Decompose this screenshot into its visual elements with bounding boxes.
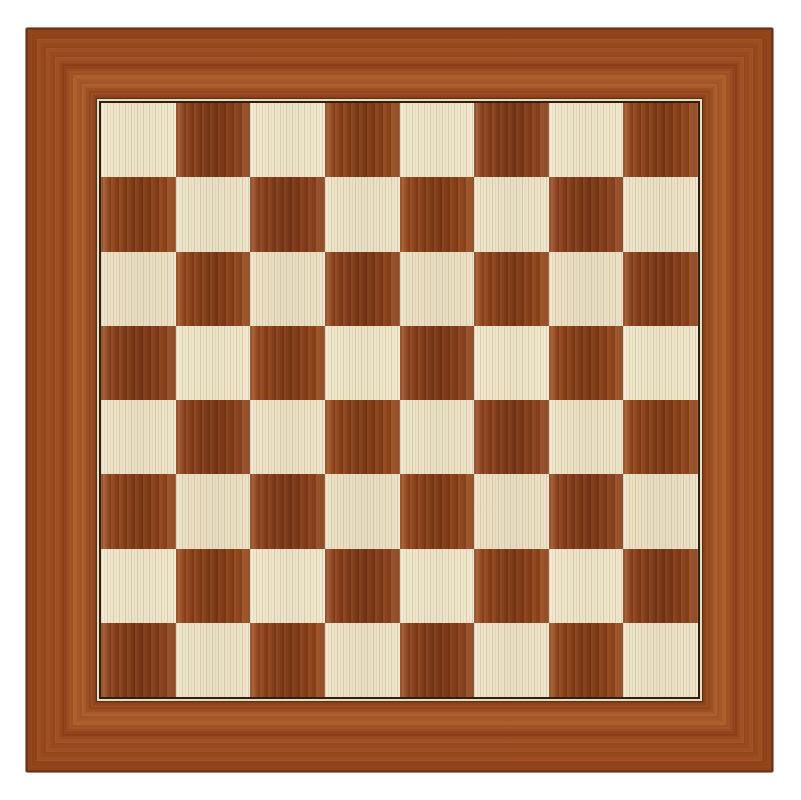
square-d1 [325, 623, 400, 697]
square-e2 [400, 549, 475, 623]
square-a2 [101, 549, 176, 623]
square-a8 [101, 103, 176, 177]
square-e8 [400, 103, 475, 177]
square-b5 [176, 326, 251, 400]
board-frame-left [26, 28, 99, 772]
square-a5 [101, 326, 176, 400]
square-f7 [474, 177, 549, 251]
square-f3 [474, 474, 549, 548]
square-g8 [549, 103, 624, 177]
square-c8 [250, 103, 325, 177]
square-h1 [623, 623, 698, 697]
square-c1 [250, 623, 325, 697]
square-e1 [400, 623, 475, 697]
square-h6 [623, 252, 698, 326]
square-f8 [474, 103, 549, 177]
square-h2 [623, 549, 698, 623]
square-h3 [623, 474, 698, 548]
chess-board [26, 28, 773, 772]
square-b8 [176, 103, 251, 177]
square-e5 [400, 326, 475, 400]
square-a7 [101, 177, 176, 251]
square-b1 [176, 623, 251, 697]
playing-field [99, 101, 700, 699]
square-f1 [474, 623, 549, 697]
square-c7 [250, 177, 325, 251]
board-frame-bottom [26, 699, 773, 772]
square-g4 [549, 400, 624, 474]
square-h7 [623, 177, 698, 251]
square-a6 [101, 252, 176, 326]
square-b6 [176, 252, 251, 326]
square-c6 [250, 252, 325, 326]
square-b2 [176, 549, 251, 623]
square-e3 [400, 474, 475, 548]
square-d5 [325, 326, 400, 400]
board-frame-right [700, 28, 773, 772]
square-g5 [549, 326, 624, 400]
square-d3 [325, 474, 400, 548]
square-h8 [623, 103, 698, 177]
square-e4 [400, 400, 475, 474]
square-e7 [400, 177, 475, 251]
square-f2 [474, 549, 549, 623]
square-h4 [623, 400, 698, 474]
square-c5 [250, 326, 325, 400]
square-g2 [549, 549, 624, 623]
square-b3 [176, 474, 251, 548]
square-c4 [250, 400, 325, 474]
square-d8 [325, 103, 400, 177]
square-a1 [101, 623, 176, 697]
square-a3 [101, 474, 176, 548]
squares-grid [101, 103, 698, 697]
square-e6 [400, 252, 475, 326]
square-d2 [325, 549, 400, 623]
board-frame-top [26, 28, 773, 101]
square-d4 [325, 400, 400, 474]
square-d7 [325, 177, 400, 251]
square-c2 [250, 549, 325, 623]
square-g6 [549, 252, 624, 326]
square-a4 [101, 400, 176, 474]
square-d6 [325, 252, 400, 326]
square-f4 [474, 400, 549, 474]
square-h5 [623, 326, 698, 400]
square-g7 [549, 177, 624, 251]
square-f6 [474, 252, 549, 326]
square-f5 [474, 326, 549, 400]
square-b7 [176, 177, 251, 251]
square-g1 [549, 623, 624, 697]
square-b4 [176, 400, 251, 474]
square-g3 [549, 474, 624, 548]
square-c3 [250, 474, 325, 548]
